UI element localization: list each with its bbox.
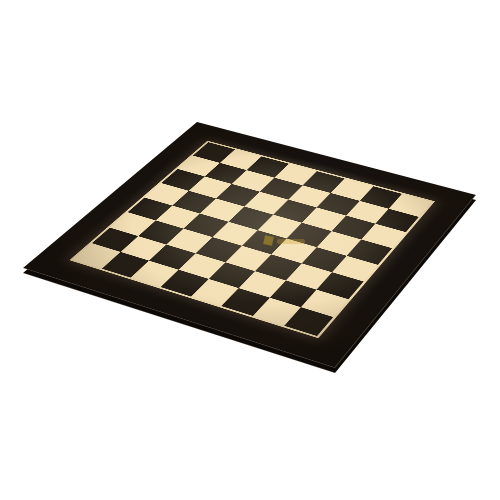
board-inner-border — [69, 141, 435, 339]
product-photo — [0, 0, 500, 500]
chess-board — [23, 122, 476, 368]
board-grid — [73, 142, 432, 336]
